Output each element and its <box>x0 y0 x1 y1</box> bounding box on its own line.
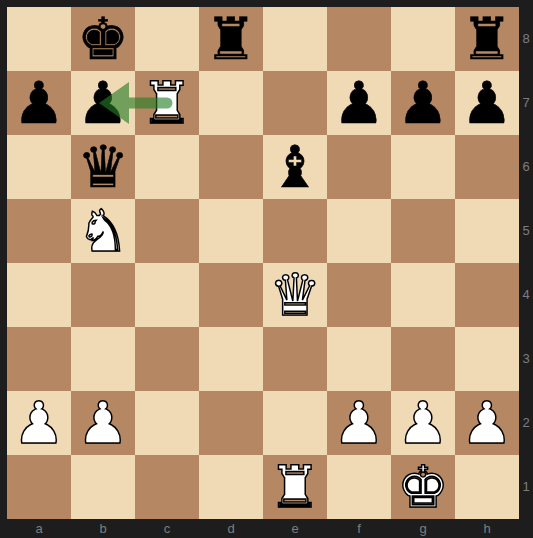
square-c5[interactable] <box>135 199 199 263</box>
file-label-b: b <box>71 519 135 538</box>
piece-black-pawn-a7[interactable]: ♟ <box>7 71 71 135</box>
square-g7[interactable]: ♟ <box>391 71 455 135</box>
piece-black-pawn-f7[interactable]: ♟ <box>327 71 391 135</box>
piece-black-pawn-g7[interactable]: ♟ <box>391 71 455 135</box>
rank-label-3: 3 <box>519 327 533 391</box>
square-f2[interactable]: ♟ <box>327 391 391 455</box>
square-f3[interactable] <box>327 327 391 391</box>
square-e4[interactable]: ♛ <box>263 263 327 327</box>
piece-black-bishop-e6[interactable]: ♝ <box>263 135 327 199</box>
square-f5[interactable] <box>327 199 391 263</box>
file-label-d: d <box>199 519 263 538</box>
piece-black-pawn-b7[interactable]: ♟ <box>71 71 135 135</box>
piece-white-knight-b5[interactable]: ♞ <box>71 199 135 263</box>
square-b4[interactable] <box>71 263 135 327</box>
square-g6[interactable] <box>391 135 455 199</box>
rank-label-8: 8 <box>519 7 533 71</box>
square-g4[interactable] <box>391 263 455 327</box>
square-d8[interactable]: ♜ <box>199 7 263 71</box>
file-label-h: h <box>455 519 519 538</box>
square-a1[interactable] <box>7 455 71 519</box>
piece-white-queen-e4[interactable]: ♛ <box>263 263 327 327</box>
square-h6[interactable] <box>455 135 519 199</box>
square-b8[interactable]: ♚ <box>71 7 135 71</box>
piece-white-pawn-h2[interactable]: ♟ <box>455 391 519 455</box>
square-h7[interactable]: ♟ <box>455 71 519 135</box>
square-c8[interactable] <box>135 7 199 71</box>
square-h3[interactable] <box>455 327 519 391</box>
square-b1[interactable] <box>71 455 135 519</box>
square-f4[interactable] <box>327 263 391 327</box>
square-f8[interactable] <box>327 7 391 71</box>
piece-black-king-b8[interactable]: ♚ <box>71 7 135 71</box>
file-label-g: g <box>391 519 455 538</box>
square-f7[interactable]: ♟ <box>327 71 391 135</box>
square-h5[interactable] <box>455 199 519 263</box>
square-a5[interactable] <box>7 199 71 263</box>
square-d1[interactable] <box>199 455 263 519</box>
file-label-f: f <box>327 519 391 538</box>
square-h1[interactable] <box>455 455 519 519</box>
rank-label-5: 5 <box>519 199 533 263</box>
square-g2[interactable]: ♟ <box>391 391 455 455</box>
rank-label-1: 1 <box>519 455 533 519</box>
square-e7[interactable] <box>263 71 327 135</box>
piece-white-king-g1[interactable]: ♚ <box>391 455 455 519</box>
square-d2[interactable] <box>199 391 263 455</box>
square-e2[interactable] <box>263 391 327 455</box>
rank-label-4: 4 <box>519 263 533 327</box>
square-a2[interactable]: ♟ <box>7 391 71 455</box>
piece-white-rook-c7[interactable]: ♜ <box>135 71 199 135</box>
piece-white-pawn-a2[interactable]: ♟ <box>7 391 71 455</box>
square-g8[interactable] <box>391 7 455 71</box>
rank-label-2: 2 <box>519 391 533 455</box>
file-label-a: a <box>7 519 71 538</box>
square-h2[interactable]: ♟ <box>455 391 519 455</box>
piece-white-pawn-b2[interactable]: ♟ <box>71 391 135 455</box>
square-c4[interactable] <box>135 263 199 327</box>
square-e1[interactable]: ♜ <box>263 455 327 519</box>
square-c3[interactable] <box>135 327 199 391</box>
square-e5[interactable] <box>263 199 327 263</box>
square-g1[interactable]: ♚ <box>391 455 455 519</box>
square-f6[interactable] <box>327 135 391 199</box>
square-b5[interactable]: ♞ <box>71 199 135 263</box>
square-a7[interactable]: ♟ <box>7 71 71 135</box>
file-label-e: e <box>263 519 327 538</box>
square-h8[interactable]: ♜ <box>455 7 519 71</box>
square-a3[interactable] <box>7 327 71 391</box>
square-e6[interactable]: ♝ <box>263 135 327 199</box>
chess-board: ♚♜♜♟♟♜♟♟♟♛♝♞♛♟♟♟♟♟♜♚ <box>7 7 519 519</box>
square-g3[interactable] <box>391 327 455 391</box>
square-h4[interactable] <box>455 263 519 327</box>
square-a4[interactable] <box>7 263 71 327</box>
square-c2[interactable] <box>135 391 199 455</box>
square-a8[interactable] <box>7 7 71 71</box>
square-c7[interactable]: ♜ <box>135 71 199 135</box>
square-b7[interactable]: ♟ <box>71 71 135 135</box>
square-b6[interactable]: ♛ <box>71 135 135 199</box>
square-c6[interactable] <box>135 135 199 199</box>
piece-white-pawn-g2[interactable]: ♟ <box>391 391 455 455</box>
square-d3[interactable] <box>199 327 263 391</box>
piece-white-rook-e1[interactable]: ♜ <box>263 455 327 519</box>
square-d4[interactable] <box>199 263 263 327</box>
chess-board-app: ♚♜♜♟♟♜♟♟♟♛♝♞♛♟♟♟♟♟♜♚ 87654321abcdefgh <box>0 0 533 538</box>
piece-black-rook-d8[interactable]: ♜ <box>199 7 263 71</box>
piece-white-pawn-f2[interactable]: ♟ <box>327 391 391 455</box>
square-e3[interactable] <box>263 327 327 391</box>
rank-label-7: 7 <box>519 71 533 135</box>
file-label-c: c <box>135 519 199 538</box>
square-d5[interactable] <box>199 199 263 263</box>
piece-black-pawn-h7[interactable]: ♟ <box>455 71 519 135</box>
piece-black-queen-b6[interactable]: ♛ <box>71 135 135 199</box>
square-g5[interactable] <box>391 199 455 263</box>
square-a6[interactable] <box>7 135 71 199</box>
square-c1[interactable] <box>135 455 199 519</box>
piece-black-rook-h8[interactable]: ♜ <box>455 7 519 71</box>
square-b2[interactable]: ♟ <box>71 391 135 455</box>
square-b3[interactable] <box>71 327 135 391</box>
square-d6[interactable] <box>199 135 263 199</box>
square-f1[interactable] <box>327 455 391 519</box>
rank-label-6: 6 <box>519 135 533 199</box>
square-d7[interactable] <box>199 71 263 135</box>
square-e8[interactable] <box>263 7 327 71</box>
